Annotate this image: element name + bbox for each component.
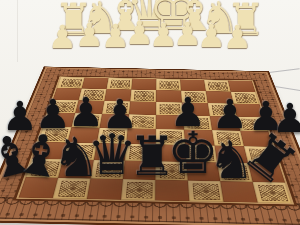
white-pawn: ♟ <box>48 21 77 53</box>
white-pawn: ♟ <box>223 21 252 53</box>
white-pawn: ♟ <box>75 19 104 51</box>
chess-board-photo: ♜♞♝♛♚♝♞♜♟♟♟♟♟♟♟♟♟♟♟♟♟♟♟♟♝♝♞♛♜♚♞♜ <box>0 0 300 225</box>
white-pawn: ♟ <box>197 20 226 52</box>
pieces-layer: ♜♞♝♛♚♝♞♜♟♟♟♟♟♟♟♟♟♟♟♟♟♟♟♟♝♝♞♛♜♚♞♜ <box>0 0 300 225</box>
